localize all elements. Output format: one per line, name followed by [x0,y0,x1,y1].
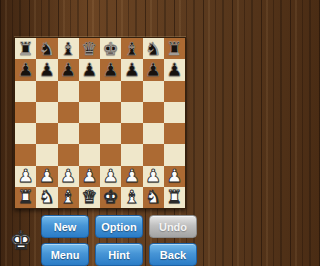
square-c2[interactable]: ♟ [58,166,79,187]
square-b4[interactable] [36,123,57,144]
square-g1[interactable]: ♞ [143,187,164,208]
square-d8[interactable]: ♛ [79,38,100,59]
square-c7[interactable]: ♟ [58,59,79,80]
square-c4[interactable] [58,123,79,144]
square-h3[interactable] [164,144,185,165]
black-rook: ♜ [18,40,34,58]
square-a4[interactable] [15,123,36,144]
square-a8[interactable]: ♜ [15,38,36,59]
square-e1[interactable]: ♚ [100,187,121,208]
square-c8[interactable]: ♝ [58,38,79,59]
square-f1[interactable]: ♝ [121,187,142,208]
turn-indicator: ♚ [7,224,35,256]
square-g6[interactable] [143,81,164,102]
square-f2[interactable]: ♟ [121,166,142,187]
black-bishop: ♝ [124,40,140,58]
new-button[interactable]: New [41,215,89,238]
square-a2[interactable]: ♟ [15,166,36,187]
white-pawn: ♟ [18,167,34,185]
square-h4[interactable] [164,123,185,144]
square-d2[interactable]: ♟ [79,166,100,187]
square-a6[interactable] [15,81,36,102]
black-pawn: ♟ [145,61,161,79]
square-c1[interactable]: ♝ [58,187,79,208]
square-g5[interactable] [143,102,164,123]
white-king-icon: ♚ [10,228,32,253]
square-e7[interactable]: ♟ [100,59,121,80]
square-e8[interactable]: ♚ [100,38,121,59]
white-pawn: ♟ [103,167,119,185]
undo-button[interactable]: Undo [149,215,197,238]
square-a7[interactable]: ♟ [15,59,36,80]
hint-button[interactable]: Hint [95,243,143,266]
square-f6[interactable] [121,81,142,102]
black-pawn: ♟ [60,61,76,79]
square-f7[interactable]: ♟ [121,59,142,80]
square-b6[interactable] [36,81,57,102]
black-pawn: ♟ [18,61,34,79]
white-rook: ♜ [18,188,34,206]
black-pawn: ♟ [103,61,119,79]
square-b8[interactable]: ♞ [36,38,57,59]
square-h8[interactable]: ♜ [164,38,185,59]
black-pawn: ♟ [166,61,182,79]
square-g8[interactable]: ♞ [143,38,164,59]
square-d6[interactable] [79,81,100,102]
square-a1[interactable]: ♜ [15,187,36,208]
square-e6[interactable] [100,81,121,102]
square-f3[interactable] [121,144,142,165]
square-g3[interactable] [143,144,164,165]
square-e4[interactable] [100,123,121,144]
white-king: ♚ [103,188,119,206]
menu-button[interactable]: Menu [41,243,89,266]
square-c3[interactable] [58,144,79,165]
button-panel: New Option Undo Menu Hint Back [41,215,197,266]
square-d5[interactable] [79,102,100,123]
white-bishop: ♝ [124,188,140,206]
square-b1[interactable]: ♞ [36,187,57,208]
white-bishop: ♝ [60,188,76,206]
white-pawn: ♟ [81,167,97,185]
square-e5[interactable] [100,102,121,123]
square-f8[interactable]: ♝ [121,38,142,59]
option-button[interactable]: Option [95,215,143,238]
square-a5[interactable] [15,102,36,123]
black-king: ♚ [103,40,119,58]
black-pawn: ♟ [81,61,97,79]
square-e3[interactable] [100,144,121,165]
white-queen: ♛ [81,188,97,206]
black-queen: ♛ [81,40,97,58]
square-b7[interactable]: ♟ [36,59,57,80]
square-d3[interactable] [79,144,100,165]
chess-board: ♜♞♝♛♚♝♞♜♟♟♟♟♟♟♟♟♟♟♟♟♟♟♟♟♜♞♝♛♚♝♞♜ [14,37,186,209]
square-d4[interactable] [79,123,100,144]
square-h2[interactable]: ♟ [164,166,185,187]
square-a3[interactable] [15,144,36,165]
square-c5[interactable] [58,102,79,123]
black-pawn: ♟ [39,61,55,79]
square-d7[interactable]: ♟ [79,59,100,80]
square-e2[interactable]: ♟ [100,166,121,187]
white-pawn: ♟ [145,167,161,185]
black-knight: ♞ [145,40,161,58]
white-pawn: ♟ [166,167,182,185]
square-g7[interactable]: ♟ [143,59,164,80]
white-knight: ♞ [39,188,55,206]
square-f4[interactable] [121,123,142,144]
white-rook: ♜ [166,188,182,206]
square-c6[interactable] [58,81,79,102]
square-b3[interactable] [36,144,57,165]
square-h1[interactable]: ♜ [164,187,185,208]
black-pawn: ♟ [124,61,140,79]
square-g4[interactable] [143,123,164,144]
white-pawn: ♟ [39,167,55,185]
black-rook: ♜ [166,40,182,58]
square-h7[interactable]: ♟ [164,59,185,80]
black-knight: ♞ [39,40,55,58]
white-knight: ♞ [145,188,161,206]
back-button[interactable]: Back [149,243,197,266]
black-bishop: ♝ [60,40,76,58]
square-f5[interactable] [121,102,142,123]
square-h6[interactable] [164,81,185,102]
white-pawn: ♟ [60,167,76,185]
square-b2[interactable]: ♟ [36,166,57,187]
white-pawn: ♟ [124,167,140,185]
square-d1[interactable]: ♛ [79,187,100,208]
square-h5[interactable] [164,102,185,123]
square-b5[interactable] [36,102,57,123]
square-g2[interactable]: ♟ [143,166,164,187]
